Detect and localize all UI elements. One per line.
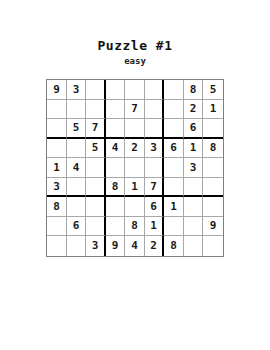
cell-r9c7: 8	[164, 236, 184, 256]
cell-r3c6	[145, 119, 165, 139]
cell-r1c7	[164, 80, 184, 100]
cell-r6c8	[184, 178, 204, 198]
cell-r8c4	[106, 217, 126, 237]
cell-r1c8: 8	[184, 80, 204, 100]
cell-r2c1	[47, 100, 67, 120]
cell-r5c9	[203, 158, 223, 178]
cell-r4c3: 5	[86, 139, 106, 159]
sudoku-grid: 938572157654236181433817861681939428	[46, 79, 224, 257]
cell-r8c9: 9	[203, 217, 223, 237]
puzzle-page: Puzzle #1 easy 9385721576542361814338178…	[0, 0, 270, 350]
cell-r9c6: 2	[145, 236, 165, 256]
cell-r2c2	[67, 100, 87, 120]
cell-r9c4: 9	[106, 236, 126, 256]
cell-r9c2	[67, 236, 87, 256]
cell-r1c5	[125, 80, 145, 100]
cell-r2c9: 1	[203, 100, 223, 120]
cell-r6c1: 3	[47, 178, 67, 198]
cell-r9c1	[47, 236, 67, 256]
cell-r3c3: 7	[86, 119, 106, 139]
cell-r1c2: 3	[67, 80, 87, 100]
cell-r4c6: 3	[145, 139, 165, 159]
cell-r8c8	[184, 217, 204, 237]
cell-r5c4	[106, 158, 126, 178]
cell-r7c1: 8	[47, 197, 67, 217]
cell-r6c5: 1	[125, 178, 145, 198]
cell-r8c6: 1	[145, 217, 165, 237]
cell-r8c5: 8	[125, 217, 145, 237]
cell-r2c7	[164, 100, 184, 120]
cell-r7c7: 1	[164, 197, 184, 217]
cell-r1c6	[145, 80, 165, 100]
cell-r1c3	[86, 80, 106, 100]
cell-r6c2	[67, 178, 87, 198]
cell-r2c4	[106, 100, 126, 120]
cell-r3c1	[47, 119, 67, 139]
cell-r8c7	[164, 217, 184, 237]
cell-r8c2: 6	[67, 217, 87, 237]
cell-r5c1: 1	[47, 158, 67, 178]
puzzle-title: Puzzle #1	[0, 38, 270, 53]
cell-r9c5: 4	[125, 236, 145, 256]
cell-r5c8: 3	[184, 158, 204, 178]
cell-r6c6: 7	[145, 178, 165, 198]
cell-r2c3	[86, 100, 106, 120]
cell-r4c8: 1	[184, 139, 204, 159]
cell-r4c5: 2	[125, 139, 145, 159]
cell-r1c9: 5	[203, 80, 223, 100]
cell-r3c4	[106, 119, 126, 139]
cell-r4c9: 8	[203, 139, 223, 159]
cell-r3c9	[203, 119, 223, 139]
cell-r1c1: 9	[47, 80, 67, 100]
cell-r2c5: 7	[125, 100, 145, 120]
cell-r7c2	[67, 197, 87, 217]
cell-r7c5	[125, 197, 145, 217]
cell-r7c8	[184, 197, 204, 217]
cell-r9c8	[184, 236, 204, 256]
cell-r9c9	[203, 236, 223, 256]
cell-r3c2: 5	[67, 119, 87, 139]
cell-r3c5	[125, 119, 145, 139]
cell-r2c6	[145, 100, 165, 120]
cell-r3c8: 6	[184, 119, 204, 139]
cell-r2c8: 2	[184, 100, 204, 120]
cell-r9c3: 3	[86, 236, 106, 256]
cell-r5c5	[125, 158, 145, 178]
cell-r6c3	[86, 178, 106, 198]
cell-r7c4	[106, 197, 126, 217]
cell-r8c1	[47, 217, 67, 237]
cell-r3c7	[164, 119, 184, 139]
puzzle-difficulty: easy	[0, 56, 270, 66]
cell-r7c3	[86, 197, 106, 217]
cell-r5c2: 4	[67, 158, 87, 178]
cell-r6c4: 8	[106, 178, 126, 198]
cell-r4c1	[47, 139, 67, 159]
cell-r7c6: 6	[145, 197, 165, 217]
cell-r5c3	[86, 158, 106, 178]
cell-r4c4: 4	[106, 139, 126, 159]
cell-r6c9	[203, 178, 223, 198]
cell-r8c3	[86, 217, 106, 237]
cell-r1c4	[106, 80, 126, 100]
cell-r5c7	[164, 158, 184, 178]
cell-r5c6	[145, 158, 165, 178]
cell-r4c7: 6	[164, 139, 184, 159]
cell-r7c9	[203, 197, 223, 217]
cell-r6c7	[164, 178, 184, 198]
cell-r4c2	[67, 139, 87, 159]
